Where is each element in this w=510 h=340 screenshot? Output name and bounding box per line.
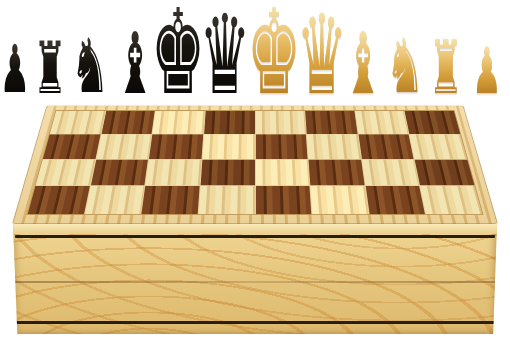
board-square[interactable] xyxy=(142,186,200,214)
white-king-piece[interactable]: ♚ xyxy=(246,0,301,111)
board-square[interactable] xyxy=(307,134,361,158)
board-fold-seam xyxy=(13,281,497,283)
white-rook-piece[interactable]: ♜ xyxy=(429,30,463,104)
board-square[interactable] xyxy=(85,186,145,214)
board-square[interactable] xyxy=(421,186,483,214)
board-square[interactable] xyxy=(255,186,311,214)
white-queen-piece[interactable]: ♛ xyxy=(296,0,347,110)
board-square[interactable] xyxy=(204,111,255,134)
board-square[interactable] xyxy=(358,134,414,158)
board-square[interactable] xyxy=(255,159,309,185)
board-square[interactable] xyxy=(199,186,255,214)
board-square[interactable] xyxy=(43,134,100,158)
piece-lineup: ♟ ♜ ♞ ♝ ♚ ♛ ♚ ♛ ♝ ♞ ♜ ♟ xyxy=(0,0,510,93)
board-square[interactable] xyxy=(50,111,105,134)
board-square[interactable] xyxy=(28,186,90,214)
board-square[interactable] xyxy=(91,159,149,185)
board-square[interactable] xyxy=(146,159,202,185)
black-pawn-piece[interactable]: ♟ xyxy=(0,37,30,103)
white-knight-piece[interactable]: ♞ xyxy=(385,29,424,104)
board-frame xyxy=(12,106,498,224)
white-pawn-piece[interactable]: ♟ xyxy=(472,39,502,103)
folded-board-box-top xyxy=(12,104,498,224)
board-square[interactable] xyxy=(202,134,254,158)
black-bishop-piece[interactable]: ♝ xyxy=(115,21,155,106)
board-square[interactable] xyxy=(101,111,155,134)
black-king-piece[interactable]: ♚ xyxy=(150,0,205,111)
black-queen-piece[interactable]: ♛ xyxy=(199,0,250,110)
board-square[interactable] xyxy=(405,111,460,134)
board-square[interactable] xyxy=(255,134,307,158)
pinstripe-inlay-bottom xyxy=(15,321,495,324)
board-square[interactable] xyxy=(362,159,420,185)
board-square[interactable] xyxy=(96,134,152,158)
board-square[interactable] xyxy=(149,134,203,158)
board-square[interactable] xyxy=(310,186,368,214)
board-square[interactable] xyxy=(410,134,467,158)
black-knight-piece[interactable]: ♞ xyxy=(70,29,109,104)
black-rook-piece[interactable]: ♜ xyxy=(33,32,67,104)
board-square[interactable] xyxy=(36,159,95,185)
board-square[interactable] xyxy=(201,159,255,185)
board-square[interactable] xyxy=(365,186,425,214)
white-bishop-piece[interactable]: ♝ xyxy=(343,21,383,106)
box-front-face xyxy=(13,224,497,334)
board-square[interactable] xyxy=(355,111,409,134)
chess-set-photo: ♟ ♜ ♞ ♝ ♚ ♛ ♚ ♛ ♝ ♞ ♜ ♟ xyxy=(0,0,510,340)
board-square[interactable] xyxy=(415,159,474,185)
half-checkerboard xyxy=(27,110,484,215)
box-top-bevel xyxy=(13,224,497,234)
board-square[interactable] xyxy=(305,111,357,134)
pinstripe-inlay-top xyxy=(15,235,495,238)
board-square[interactable] xyxy=(309,159,365,185)
board-square[interactable] xyxy=(153,111,205,134)
board-square[interactable] xyxy=(255,111,306,134)
